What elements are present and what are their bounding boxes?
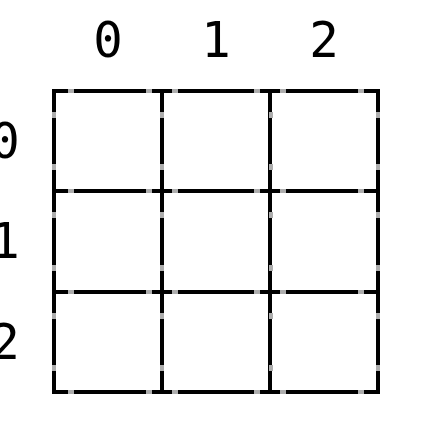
tick-mark bbox=[160, 265, 164, 271]
tick-mark bbox=[269, 112, 273, 118]
row-label-2: 2 bbox=[0, 318, 20, 366]
cell-2-2[interactable] bbox=[272, 294, 376, 390]
tick-mark bbox=[146, 189, 152, 193]
tick-mark bbox=[358, 390, 364, 394]
row-label-1: 1 bbox=[0, 217, 20, 265]
tick-mark bbox=[358, 189, 364, 193]
tick-mark bbox=[52, 212, 56, 218]
tick-mark bbox=[269, 265, 273, 271]
cell-0-1[interactable] bbox=[164, 93, 268, 189]
tick-mark bbox=[376, 265, 380, 271]
tick-mark bbox=[68, 390, 74, 394]
tick-mark bbox=[172, 89, 178, 93]
grid-diagram: 0 1 2 0 1 2 bbox=[0, 0, 424, 442]
tick-mark bbox=[269, 212, 273, 218]
column-label-2: 2 bbox=[272, 16, 376, 64]
tick-mark bbox=[160, 112, 164, 118]
board-grid bbox=[52, 89, 380, 394]
tick-mark bbox=[68, 290, 74, 294]
tick-mark bbox=[52, 164, 56, 170]
row-label-0: 0 bbox=[0, 117, 20, 165]
tick-mark bbox=[52, 112, 56, 118]
tick-mark bbox=[172, 390, 178, 394]
tick-mark bbox=[358, 290, 364, 294]
tick-mark bbox=[269, 365, 273, 371]
tick-mark bbox=[160, 164, 164, 170]
tick-mark bbox=[172, 189, 178, 193]
cell-0-2[interactable] bbox=[272, 93, 376, 189]
tick-mark bbox=[68, 89, 74, 93]
tick-mark bbox=[52, 265, 56, 271]
tick-mark bbox=[52, 313, 56, 319]
tick-mark bbox=[376, 112, 380, 118]
tick-mark bbox=[280, 189, 286, 193]
cell-1-0[interactable] bbox=[56, 193, 160, 289]
cell-1-2[interactable] bbox=[272, 193, 376, 289]
tick-mark bbox=[172, 290, 178, 294]
cell-1-1[interactable] bbox=[164, 193, 268, 289]
cell-0-0[interactable] bbox=[56, 93, 160, 189]
tick-mark bbox=[68, 189, 74, 193]
tick-mark bbox=[160, 365, 164, 371]
cell-2-1[interactable] bbox=[164, 294, 268, 390]
tick-mark bbox=[280, 390, 286, 394]
tick-mark bbox=[269, 164, 273, 170]
tick-mark bbox=[269, 313, 273, 319]
column-label-1: 1 bbox=[164, 16, 268, 64]
tick-mark bbox=[52, 365, 56, 371]
tick-mark bbox=[358, 89, 364, 93]
tick-mark bbox=[160, 212, 164, 218]
tick-mark bbox=[146, 290, 152, 294]
column-label-0: 0 bbox=[56, 16, 160, 64]
tick-mark bbox=[254, 89, 260, 93]
tick-mark bbox=[376, 212, 380, 218]
tick-mark bbox=[146, 390, 152, 394]
tick-mark bbox=[280, 290, 286, 294]
tick-mark bbox=[146, 89, 152, 93]
tick-mark bbox=[376, 164, 380, 170]
tick-mark bbox=[254, 189, 260, 193]
tick-mark bbox=[254, 390, 260, 394]
tick-mark bbox=[376, 365, 380, 371]
cell-2-0[interactable] bbox=[56, 294, 160, 390]
tick-mark bbox=[160, 313, 164, 319]
tick-mark bbox=[254, 290, 260, 294]
tick-mark bbox=[376, 313, 380, 319]
tick-mark bbox=[280, 89, 286, 93]
